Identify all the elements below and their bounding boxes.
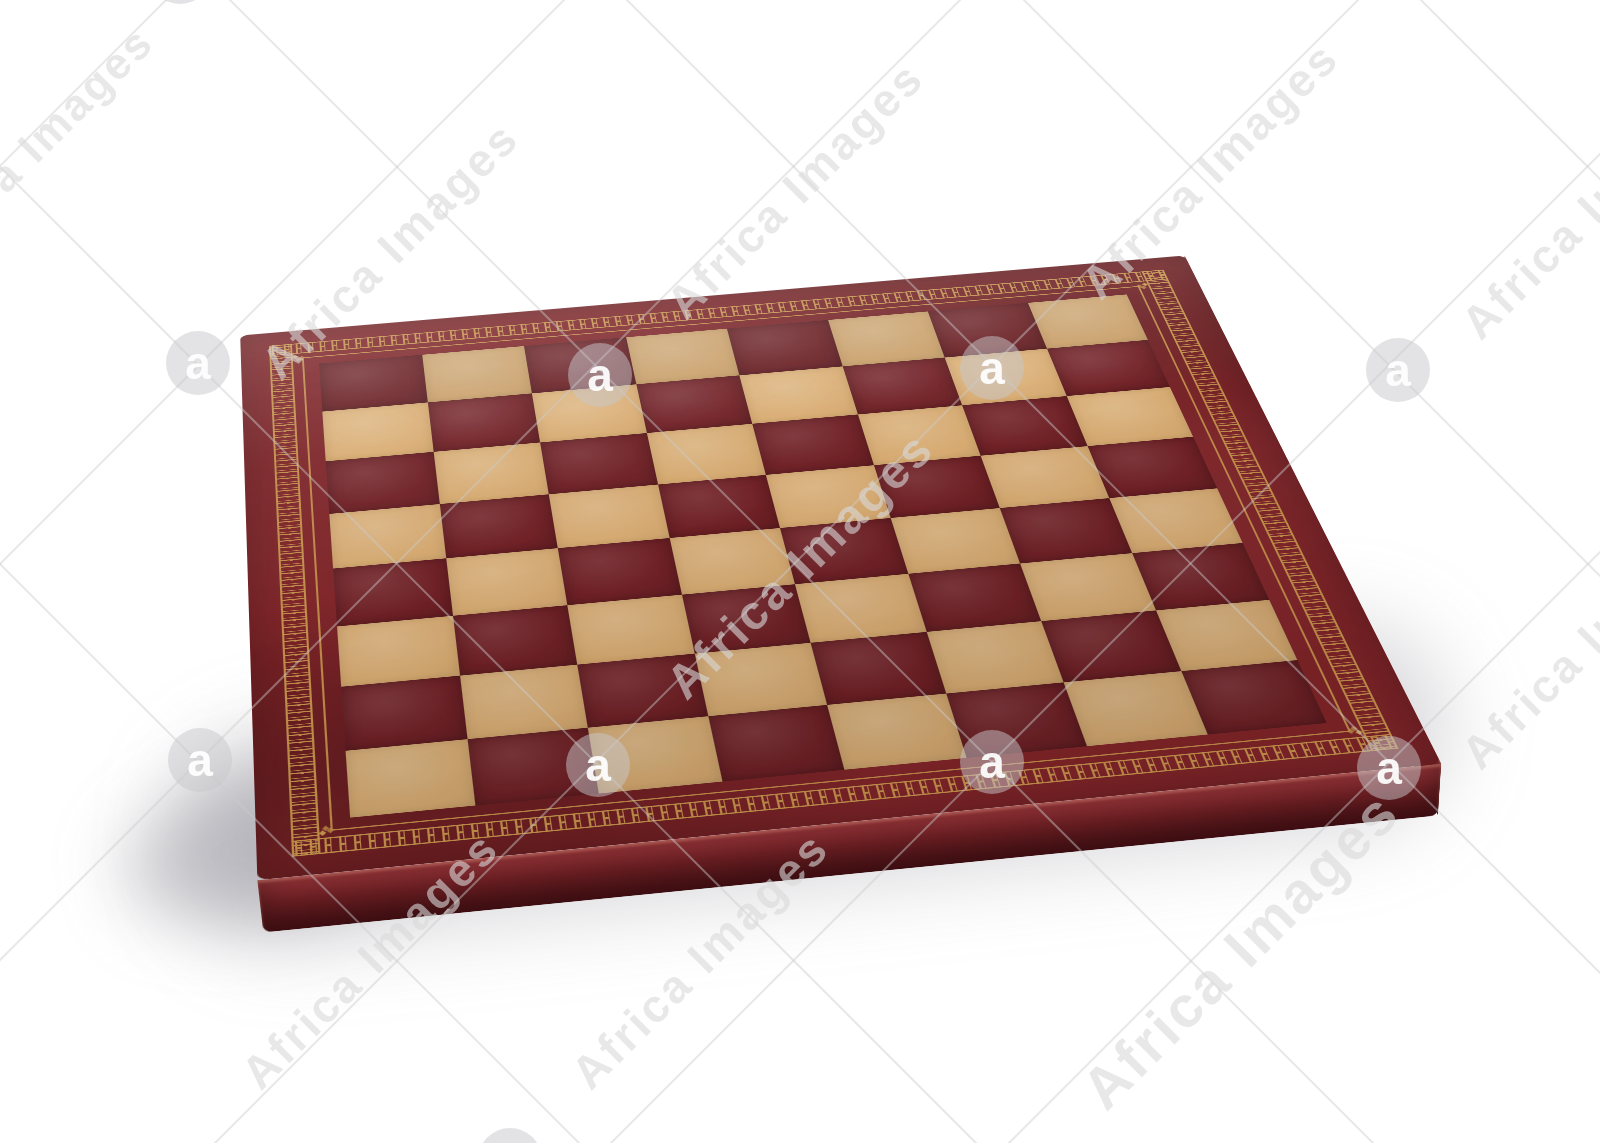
corner-flourish-icon: ♦ (318, 829, 327, 839)
square-r8-c6 (946, 682, 1087, 758)
watermark-brand-text: Africa Images (0, 17, 163, 284)
corner-flourish-icon: ♦ (292, 353, 299, 360)
square-r4-c6 (873, 455, 999, 518)
square-r6-c6 (908, 563, 1041, 632)
square-r8-c4 (708, 705, 845, 782)
square-r8-c3 (588, 716, 722, 794)
square-r7-c1 (341, 676, 467, 751)
square-r6-c7 (1020, 553, 1156, 621)
square-r5-c4 (669, 528, 795, 594)
square-r6-c4 (681, 584, 810, 654)
square-r8-c5 (827, 693, 966, 769)
square-r5-c5 (780, 518, 908, 584)
square-r7-c7 (1041, 610, 1181, 682)
square-r6-c2 (452, 605, 577, 676)
square-r6-c1 (337, 616, 460, 687)
square-r4-c4 (658, 475, 780, 538)
corner-flourish-icon: ♦ (1353, 728, 1365, 738)
watermark-logo-a-icon: a (166, 331, 230, 395)
square-r5-c3 (558, 538, 682, 605)
square-r5-c1 (333, 558, 452, 626)
square-r4-c7 (981, 446, 1109, 508)
watermark-logo-a-icon: a (478, 1128, 542, 1143)
square-r8-c7 (1064, 671, 1208, 746)
watermark-logo-a-icon: a (148, 0, 212, 4)
square-r4-c2 (439, 494, 557, 558)
square-r6-c3 (567, 594, 694, 664)
square-r6-c5 (795, 574, 926, 643)
square-r8-c1 (346, 739, 475, 818)
square-r7-c3 (577, 654, 708, 728)
square-r4-c8 (1087, 436, 1217, 498)
square-r8-c2 (467, 727, 599, 805)
square-r3-c8 (1066, 387, 1193, 446)
watermark-logo-a-icon: a (1366, 338, 1430, 402)
square-r6-c8 (1132, 543, 1270, 611)
square-r5-c7 (1000, 498, 1132, 563)
square-r7-c8 (1156, 600, 1298, 671)
square-r4-c1 (329, 504, 445, 569)
watermark-brand-text: Africa Images (1450, 70, 1600, 349)
square-r5-c2 (446, 548, 568, 615)
square-r8-c8 (1181, 660, 1327, 735)
square-r7-c2 (460, 665, 588, 739)
square-r7-c6 (926, 621, 1063, 693)
square-r4-c5 (766, 465, 890, 528)
square-r7-c5 (811, 632, 946, 705)
watermark-brand-text: Africa Images (1450, 500, 1600, 779)
square-r7-c4 (694, 643, 827, 716)
stock-photo-canvas: ♦ ♦ ♦ ♦ Africa ImagesAfrica ImagesAfrica… (0, 0, 1600, 1143)
square-r5-c6 (890, 508, 1020, 574)
square-r4-c3 (549, 484, 669, 548)
